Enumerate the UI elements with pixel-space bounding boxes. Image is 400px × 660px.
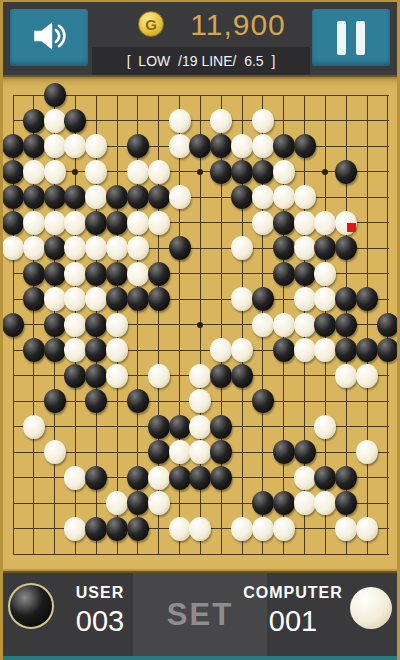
black-stone	[273, 236, 295, 260]
white-stone	[127, 236, 149, 260]
white-stone	[44, 211, 66, 235]
white-stone	[23, 236, 45, 260]
white-stone	[252, 134, 274, 158]
black-stone	[127, 491, 149, 515]
black-stone	[44, 313, 66, 337]
black-stone	[252, 287, 274, 311]
black-stone	[85, 466, 107, 490]
black-stone	[127, 185, 149, 209]
computer-score-block: COMPUTER 001	[238, 584, 348, 638]
black-stone	[23, 134, 45, 158]
white-stone	[44, 440, 66, 464]
black-stone	[85, 338, 107, 362]
white-stone	[106, 313, 128, 337]
white-stone	[335, 211, 357, 235]
black-stone	[252, 491, 274, 515]
black-stone	[44, 389, 66, 413]
white-stone	[231, 338, 253, 362]
white-stone	[127, 211, 149, 235]
black-stone	[335, 236, 357, 260]
white-stone	[169, 517, 191, 541]
black-stone	[127, 517, 149, 541]
white-stone	[64, 466, 86, 490]
white-stone	[294, 185, 316, 209]
black-stone	[314, 466, 336, 490]
black-stone	[148, 415, 170, 439]
black-stone	[23, 287, 45, 311]
black-stone	[273, 338, 295, 362]
computer-label: COMPUTER	[238, 584, 348, 602]
white-stone	[252, 211, 274, 235]
black-stone	[356, 338, 378, 362]
black-stone	[106, 211, 128, 235]
black-stone	[106, 287, 128, 311]
white-stone	[252, 517, 274, 541]
white-stone	[294, 236, 316, 260]
black-stone	[210, 160, 232, 184]
black-stone	[231, 160, 253, 184]
white-stone	[44, 109, 66, 133]
white-stone	[294, 491, 316, 515]
white-stone	[314, 287, 336, 311]
white-stone	[64, 262, 86, 286]
user-label: USER	[58, 584, 142, 602]
black-stone	[169, 466, 191, 490]
white-stone	[273, 160, 295, 184]
white-stone	[314, 211, 336, 235]
black-stone	[2, 134, 24, 158]
grid-line-horizontal	[13, 95, 389, 96]
black-stone	[335, 287, 357, 311]
white-stone	[314, 262, 336, 286]
pause-button[interactable]	[312, 9, 390, 66]
white-stone	[356, 517, 378, 541]
white-stone	[210, 338, 232, 362]
black-stone	[127, 466, 149, 490]
black-stone	[127, 134, 149, 158]
black-stone	[148, 185, 170, 209]
black-stone	[85, 211, 107, 235]
white-stone	[2, 236, 24, 260]
white-stone	[85, 160, 107, 184]
white-stone	[273, 517, 295, 541]
black-stone	[64, 109, 86, 133]
go-board[interactable]	[0, 75, 400, 573]
white-stone	[335, 364, 357, 388]
white-stone	[64, 313, 86, 337]
white-stone	[294, 211, 316, 235]
black-stone	[294, 440, 316, 464]
white-stone	[356, 364, 378, 388]
frame-edge-left	[0, 0, 3, 660]
black-stone	[44, 262, 66, 286]
black-stone	[314, 313, 336, 337]
black-stone	[335, 491, 357, 515]
black-stone	[377, 338, 399, 362]
black-stone	[169, 236, 191, 260]
black-stone	[106, 262, 128, 286]
white-stone	[294, 313, 316, 337]
white-stone	[127, 160, 149, 184]
white-stone	[23, 415, 45, 439]
star-point	[72, 169, 78, 175]
black-stone	[2, 313, 24, 337]
sound-button[interactable]	[10, 9, 88, 66]
black-stone	[148, 262, 170, 286]
white-stone	[169, 440, 191, 464]
white-stone	[189, 389, 211, 413]
frame-edge-top	[0, 0, 400, 2]
white-stone	[23, 160, 45, 184]
white-stone	[44, 287, 66, 311]
black-stone	[148, 287, 170, 311]
black-stone	[189, 466, 211, 490]
white-stone	[64, 211, 86, 235]
white-stone	[148, 466, 170, 490]
black-stone	[335, 160, 357, 184]
white-stone	[148, 491, 170, 515]
white-stone	[106, 236, 128, 260]
black-stone	[377, 313, 399, 337]
white-stone	[273, 185, 295, 209]
black-stone	[294, 262, 316, 286]
black-stone	[273, 211, 295, 235]
black-stone	[356, 287, 378, 311]
last-move-marker	[347, 223, 356, 232]
white-stone	[127, 262, 149, 286]
white-stone	[44, 134, 66, 158]
black-stone	[314, 236, 336, 260]
white-stone	[169, 134, 191, 158]
black-stone	[127, 287, 149, 311]
black-stone	[335, 466, 357, 490]
white-stone	[106, 491, 128, 515]
black-stone	[2, 160, 24, 184]
white-stone	[189, 440, 211, 464]
set-label: SET	[167, 597, 233, 633]
black-stone	[44, 185, 66, 209]
white-stone-avatar	[350, 587, 392, 629]
white-stone	[189, 364, 211, 388]
bottom-bar: USER 003 SET COMPUTER 001	[0, 573, 400, 660]
black-stone	[127, 389, 149, 413]
black-stone	[210, 364, 232, 388]
black-stone	[273, 134, 295, 158]
top-bar: G 11,900 [ LOW /19 LINE/ 6.5 ]	[0, 0, 400, 75]
black-stone	[106, 185, 128, 209]
black-stone	[148, 440, 170, 464]
white-stone	[252, 185, 274, 209]
black-stone	[189, 134, 211, 158]
black-stone	[210, 134, 232, 158]
black-stone	[44, 236, 66, 260]
white-stone	[64, 517, 86, 541]
black-stone	[44, 83, 66, 107]
black-stone	[273, 440, 295, 464]
black-stone	[2, 211, 24, 235]
white-stone	[273, 313, 295, 337]
white-stone	[85, 134, 107, 158]
black-stone	[210, 440, 232, 464]
black-stone	[231, 364, 253, 388]
white-stone	[314, 491, 336, 515]
pause-icon	[332, 21, 370, 55]
black-stone	[44, 338, 66, 362]
coin-icon: G	[138, 11, 164, 37]
black-stone	[294, 134, 316, 158]
white-stone	[85, 185, 107, 209]
black-stone	[23, 185, 45, 209]
white-stone	[294, 466, 316, 490]
black-stone	[85, 364, 107, 388]
black-stone	[210, 466, 232, 490]
white-stone	[294, 338, 316, 362]
white-stone	[189, 517, 211, 541]
black-stone	[64, 364, 86, 388]
computer-count: 001	[238, 605, 348, 638]
black-stone	[210, 415, 232, 439]
white-stone	[356, 440, 378, 464]
white-stone	[169, 185, 191, 209]
black-stone	[106, 517, 128, 541]
white-stone	[148, 160, 170, 184]
grid-line-vertical	[367, 95, 368, 555]
white-stone	[64, 338, 86, 362]
game-mode-info: [ LOW /19 LINE/ 6.5 ]	[92, 47, 310, 75]
white-stone	[106, 338, 128, 362]
black-stone	[231, 185, 253, 209]
grid-line-horizontal	[13, 554, 389, 555]
white-stone	[231, 236, 253, 260]
white-stone	[64, 236, 86, 260]
black-stone	[2, 185, 24, 209]
white-stone	[44, 160, 66, 184]
black-stone	[252, 160, 274, 184]
user-count: 003	[58, 605, 142, 638]
go-app-screen: G 11,900 [ LOW /19 LINE/ 6.5 ] USER 003 …	[0, 0, 400, 660]
black-stone	[273, 491, 295, 515]
black-stone	[23, 109, 45, 133]
white-stone	[64, 134, 86, 158]
white-stone	[314, 415, 336, 439]
coin-amount: 11,900	[168, 8, 308, 42]
black-stone	[85, 313, 107, 337]
bottom-accent-strip	[0, 656, 400, 660]
white-stone	[252, 109, 274, 133]
speaker-icon	[30, 17, 68, 59]
white-stone	[210, 109, 232, 133]
black-stone	[335, 338, 357, 362]
black-stone	[23, 338, 45, 362]
white-stone	[314, 338, 336, 362]
black-stone	[335, 313, 357, 337]
black-stone	[252, 389, 274, 413]
white-stone	[64, 287, 86, 311]
white-stone	[148, 211, 170, 235]
white-stone	[148, 364, 170, 388]
white-stone	[231, 287, 253, 311]
white-stone	[23, 211, 45, 235]
white-stone	[335, 517, 357, 541]
white-stone	[231, 517, 253, 541]
coin-letter: G	[145, 16, 157, 33]
black-stone	[169, 415, 191, 439]
star-point	[322, 169, 328, 175]
white-stone	[294, 287, 316, 311]
white-stone	[106, 364, 128, 388]
white-stone	[252, 313, 274, 337]
star-point	[197, 169, 203, 175]
white-stone	[85, 236, 107, 260]
white-stone	[231, 134, 253, 158]
black-stone	[85, 262, 107, 286]
user-score-block: USER 003	[58, 584, 142, 638]
black-stone-avatar	[8, 583, 54, 629]
black-stone	[64, 185, 86, 209]
black-stone	[85, 517, 107, 541]
white-stone	[189, 415, 211, 439]
black-stone	[273, 262, 295, 286]
black-stone	[85, 389, 107, 413]
star-point	[197, 322, 203, 328]
white-stone	[85, 287, 107, 311]
black-stone	[23, 262, 45, 286]
white-stone	[169, 109, 191, 133]
